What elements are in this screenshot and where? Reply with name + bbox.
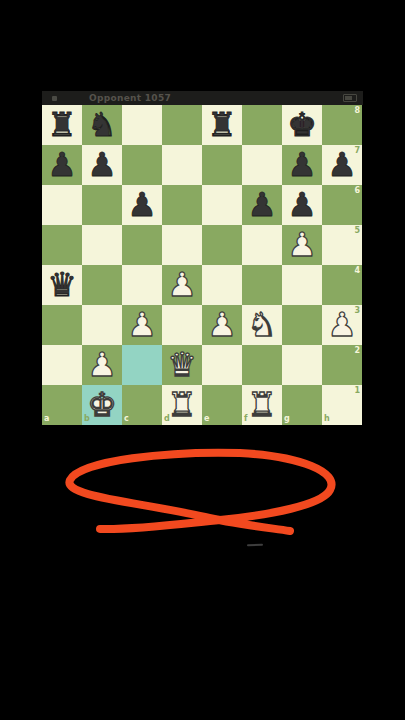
annotation-scribble (0, 430, 405, 570)
piece-black-queen[interactable]: ♛ (47, 268, 77, 301)
square-b8[interactable]: ♞ (82, 105, 122, 145)
square-b6[interactable] (82, 185, 122, 225)
piece-black-pawn[interactable]: ♟ (127, 188, 157, 221)
rank-label-1: 1 (354, 387, 360, 395)
piece-black-pawn[interactable]: ♟ (87, 148, 117, 181)
file-label-e: e (204, 415, 209, 423)
square-d1[interactable]: ♜d (162, 385, 202, 425)
square-e3[interactable]: ♟ (202, 305, 242, 345)
piece-black-pawn[interactable]: ♟ (287, 188, 317, 221)
file-label-b: b (84, 415, 90, 423)
square-f6[interactable]: ♟ (242, 185, 282, 225)
square-d6[interactable] (162, 185, 202, 225)
square-f4[interactable] (242, 265, 282, 305)
piece-white-pawn[interactable]: ♟ (167, 268, 197, 301)
square-c2[interactable] (122, 345, 162, 385)
square-d7[interactable] (162, 145, 202, 185)
square-a6[interactable] (42, 185, 82, 225)
menu-icon[interactable] (52, 96, 57, 101)
opponent-name: Opponent 1057 (89, 93, 171, 103)
square-a7[interactable]: ♟ (42, 145, 82, 185)
square-f3[interactable]: ♞ (242, 305, 282, 345)
square-c1[interactable]: c (122, 385, 162, 425)
square-a1[interactable]: a (42, 385, 82, 425)
square-d2[interactable]: ♛ (162, 345, 202, 385)
square-b5[interactable] (82, 225, 122, 265)
square-f8[interactable] (242, 105, 282, 145)
square-e5[interactable] (202, 225, 242, 265)
square-f1[interactable]: ♜f (242, 385, 282, 425)
square-e1[interactable]: e (202, 385, 242, 425)
square-h7[interactable]: ♟7 (322, 145, 362, 185)
file-label-c: c (124, 415, 129, 423)
piece-black-pawn[interactable]: ♟ (287, 148, 317, 181)
square-a3[interactable] (42, 305, 82, 345)
square-b2[interactable]: ♟ (82, 345, 122, 385)
square-h4[interactable]: 4 (322, 265, 362, 305)
piece-white-knight[interactable]: ♞ (247, 308, 277, 341)
square-e8[interactable]: ♜ (202, 105, 242, 145)
square-b4[interactable] (82, 265, 122, 305)
square-f5[interactable] (242, 225, 282, 265)
square-g3[interactable] (282, 305, 322, 345)
square-c5[interactable] (122, 225, 162, 265)
square-b1[interactable]: ♚b (82, 385, 122, 425)
square-a8[interactable]: ♜ (42, 105, 82, 145)
file-label-g: g (284, 415, 290, 423)
piece-white-pawn[interactable]: ♟ (327, 308, 357, 341)
square-b3[interactable] (82, 305, 122, 345)
rank-label-6: 6 (354, 187, 360, 195)
rank-label-5: 5 (354, 227, 360, 235)
square-h1[interactable]: h1 (322, 385, 362, 425)
piece-black-rook[interactable]: ♜ (207, 108, 237, 141)
square-c4[interactable] (122, 265, 162, 305)
square-e6[interactable] (202, 185, 242, 225)
piece-black-pawn[interactable]: ♟ (327, 148, 357, 181)
square-c3[interactable]: ♟ (122, 305, 162, 345)
square-e4[interactable] (202, 265, 242, 305)
square-h5[interactable]: 5 (322, 225, 362, 265)
piece-black-pawn[interactable]: ♟ (47, 148, 77, 181)
square-b7[interactable]: ♟ (82, 145, 122, 185)
square-d4[interactable]: ♟ (162, 265, 202, 305)
square-g8[interactable]: ♚ (282, 105, 322, 145)
file-label-a: a (44, 415, 49, 423)
rank-label-8: 8 (354, 107, 360, 115)
square-f2[interactable] (242, 345, 282, 385)
rank-label-4: 4 (354, 267, 360, 275)
file-label-d: d (164, 415, 170, 423)
square-g4[interactable] (282, 265, 322, 305)
square-g5[interactable]: ♟ (282, 225, 322, 265)
square-a2[interactable] (42, 345, 82, 385)
file-label-h: h (324, 415, 330, 423)
piece-black-rook[interactable]: ♜ (47, 108, 77, 141)
piece-white-pawn[interactable]: ♟ (87, 348, 117, 381)
battery-icon (343, 94, 357, 102)
square-a5[interactable] (42, 225, 82, 265)
piece-white-pawn[interactable]: ♟ (127, 308, 157, 341)
square-c7[interactable] (122, 145, 162, 185)
square-h2[interactable]: 2 (322, 345, 362, 385)
piece-white-queen[interactable]: ♛ (167, 348, 197, 381)
piece-white-pawn[interactable]: ♟ (287, 228, 317, 261)
rank-label-3: 3 (354, 307, 360, 315)
square-h8[interactable]: 8 (322, 105, 362, 145)
square-h3[interactable]: ♟3 (322, 305, 362, 345)
square-c6[interactable]: ♟ (122, 185, 162, 225)
square-g2[interactable] (282, 345, 322, 385)
piece-white-rook[interactable]: ♜ (247, 388, 277, 421)
square-e2[interactable] (202, 345, 242, 385)
piece-white-pawn[interactable]: ♟ (207, 308, 237, 341)
square-c8[interactable] (122, 105, 162, 145)
square-f7[interactable] (242, 145, 282, 185)
piece-black-king[interactable]: ♚ (287, 108, 317, 141)
square-d8[interactable] (162, 105, 202, 145)
piece-white-rook[interactable]: ♜ (167, 388, 197, 421)
square-h6[interactable]: 6 (322, 185, 362, 225)
chess-board: ♜♞♜♚8♟♟♟♟7♟♟♟6♟5♛♟4♟♟♞♟3♟♛2a♚bc♜de♜fgh1 (42, 105, 362, 425)
rank-label-7: 7 (354, 147, 360, 155)
square-d5[interactable] (162, 225, 202, 265)
square-g1[interactable]: g (282, 385, 322, 425)
phone-screen: Opponent 1057 ♜♞♜♚8♟♟♟♟7♟♟♟6♟5♛♟4♟♟♞♟3♟♛… (0, 0, 405, 720)
square-e7[interactable] (202, 145, 242, 185)
square-g6[interactable]: ♟ (282, 185, 322, 225)
rank-label-2: 2 (354, 347, 360, 355)
piece-white-king[interactable]: ♚ (87, 388, 117, 421)
square-g7[interactable]: ♟ (282, 145, 322, 185)
file-label-f: f (244, 415, 247, 423)
square-d3[interactable] (162, 305, 202, 345)
square-a4[interactable]: ♛ (42, 265, 82, 305)
app-header: Opponent 1057 (42, 91, 363, 105)
piece-black-pawn[interactable]: ♟ (247, 188, 277, 221)
piece-black-knight[interactable]: ♞ (87, 108, 117, 141)
